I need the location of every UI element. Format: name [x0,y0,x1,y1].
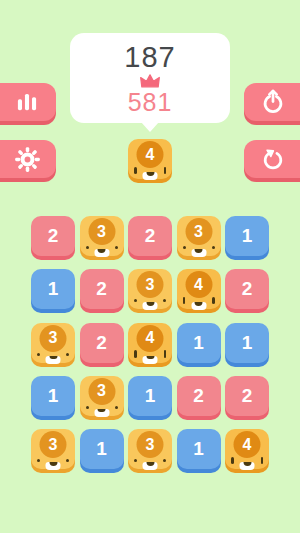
tile-number: 1 [225,323,269,363]
tile-eye-icon [115,406,118,409]
score-panel: 187 581 [70,33,230,123]
tile-eye-icon [164,350,167,358]
tile-number-badge: 4 [137,325,164,352]
tile-eye-icon [163,459,166,462]
tile-mouth-icon [191,249,206,257]
tile-eye-icon [134,299,137,302]
tile-r3c1-value-3[interactable]: 3 [31,323,75,363]
tile-eye-icon [183,246,186,249]
tile-r2c4-value-4[interactable]: 4 [177,269,221,309]
tile-r1c4-value-3[interactable]: 3 [177,216,221,256]
tile-number: 1 [128,376,172,416]
tile-r3c2-value-2[interactable]: 2 [80,323,124,363]
tile-eye-icon [164,167,167,175]
tile-number-badge: 4 [185,271,212,298]
tile-number: 1 [80,429,124,469]
tile-mouth-icon [46,356,61,364]
tile-r2c5-value-2[interactable]: 2 [225,269,269,309]
tile-number: 2 [225,269,269,309]
gear-icon [14,146,41,173]
tile-number-badge: 3 [40,431,67,458]
tile-eye-icon [37,353,40,356]
tile-number: 1 [225,216,269,256]
crown-icon [70,74,230,88]
tile-mouth-icon [46,462,61,470]
tile-r4c5-value-2[interactable]: 2 [225,376,269,416]
tile-eye-icon [37,459,40,462]
tile-eye-icon [261,457,264,465]
current-score: 187 [70,42,230,72]
tile-mouth-icon [143,356,158,364]
tile-number: 2 [225,376,269,416]
best-score: 581 [70,89,230,115]
share-icon [260,89,286,115]
tile-mouth-icon [191,302,206,310]
tile-number: 1 [31,269,75,309]
tile-mouth-icon [94,249,109,257]
tile-number: 2 [177,376,221,416]
tile-number: 2 [31,216,75,256]
tile-eye-icon [163,299,166,302]
tile-number: 2 [80,269,124,309]
tile-number: 1 [177,323,221,363]
tile-r3c5-value-1[interactable]: 1 [225,323,269,363]
tile-number-badge: 3 [137,431,164,458]
tile-number-badge: 3 [185,218,212,245]
tile-number-badge: 4 [234,431,261,458]
tile-eye-icon [134,350,137,358]
next-tile-number: 4 [137,141,164,168]
tile-r3c3-value-4[interactable]: 4 [128,323,172,363]
tile-number: 1 [31,376,75,416]
bar-chart-icon [14,89,40,115]
tile-r5c5-value-4[interactable]: 4 [225,429,269,469]
tile-r4c3-value-1[interactable]: 1 [128,376,172,416]
tile-eye-icon [212,246,215,249]
tile-mouth-icon [240,462,255,470]
tile-r1c5-value-1[interactable]: 1 [225,216,269,256]
stats-button[interactable] [0,83,56,121]
tile-r1c1-value-2[interactable]: 2 [31,216,75,256]
tile-number-badge: 3 [88,218,115,245]
tile-number: 1 [177,429,221,469]
tile-mouth-icon [143,462,158,470]
tile-r5c2-value-1[interactable]: 1 [80,429,124,469]
tile-r3c4-value-1[interactable]: 1 [177,323,221,363]
tile-eye-icon [86,246,89,249]
tile-eye-icon [134,459,137,462]
tile-r5c1-value-3[interactable]: 3 [31,429,75,469]
tile-eye-icon [212,297,215,305]
tile-mouth-icon [94,409,109,417]
tile-number-badge: 3 [88,378,115,405]
tile-r5c4-value-1[interactable]: 1 [177,429,221,469]
tile-r2c1-value-1[interactable]: 1 [31,269,75,309]
board-grid: 2323112342324111312231314 [31,216,269,469]
tile-mouth-icon [143,172,158,180]
tile-number-badge: 3 [40,325,67,352]
tile-eye-icon [66,459,69,462]
tile-eye-icon [115,246,118,249]
tile-r1c2-value-3[interactable]: 3 [80,216,124,256]
tile-r4c2-value-3[interactable]: 3 [80,376,124,416]
panel-pointer [141,122,159,132]
tile-r4c1-value-1[interactable]: 1 [31,376,75,416]
tile-eye-icon [183,297,186,305]
tile-eye-icon [66,353,69,356]
tile-number: 2 [80,323,124,363]
settings-button[interactable] [0,140,56,178]
next-tile: 4 [128,139,172,179]
restart-icon [260,146,286,172]
share-button[interactable] [244,83,300,121]
tile-eye-icon [86,406,89,409]
game-screen: 187 581 [0,0,300,533]
tile-number: 2 [128,216,172,256]
restart-button[interactable] [244,140,300,178]
tile-r1c3-value-2[interactable]: 2 [128,216,172,256]
tile-number-badge: 3 [137,271,164,298]
tile-r5c3-value-3[interactable]: 3 [128,429,172,469]
tile-eye-icon [134,167,137,175]
tile-mouth-icon [143,302,158,310]
tile-eye-icon [231,457,234,465]
tile-r2c2-value-2[interactable]: 2 [80,269,124,309]
tile-r2c3-value-3[interactable]: 3 [128,269,172,309]
tile-r4c4-value-2[interactable]: 2 [177,376,221,416]
